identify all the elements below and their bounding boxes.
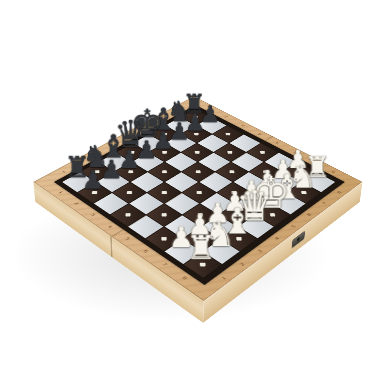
- border-mark: 1: [207, 107, 213, 110]
- latch-icon: [291, 230, 305, 248]
- piece-white-rook[interactable]: ♜: [172, 231, 229, 264]
- border-mark: 2: [223, 115, 229, 118]
- latch-knob: [296, 236, 299, 241]
- border-mark: 4: [113, 141, 120, 145]
- border-mark: 4: [257, 132, 263, 136]
- border-mark: 3: [240, 123, 246, 127]
- border-mark: 6: [146, 123, 152, 127]
- border-mark: 7: [162, 115, 168, 118]
- border-mark: 5: [130, 132, 137, 136]
- border-mark: 5: [274, 141, 281, 145]
- hinge-seam: [110, 235, 112, 257]
- piece-black-pawn[interactable]: ♟: [67, 166, 118, 192]
- scene: 12345678 12345678 12345678 12345678 ♜♞♝♛…: [0, 0, 375, 375]
- border-mark: 8: [177, 107, 183, 110]
